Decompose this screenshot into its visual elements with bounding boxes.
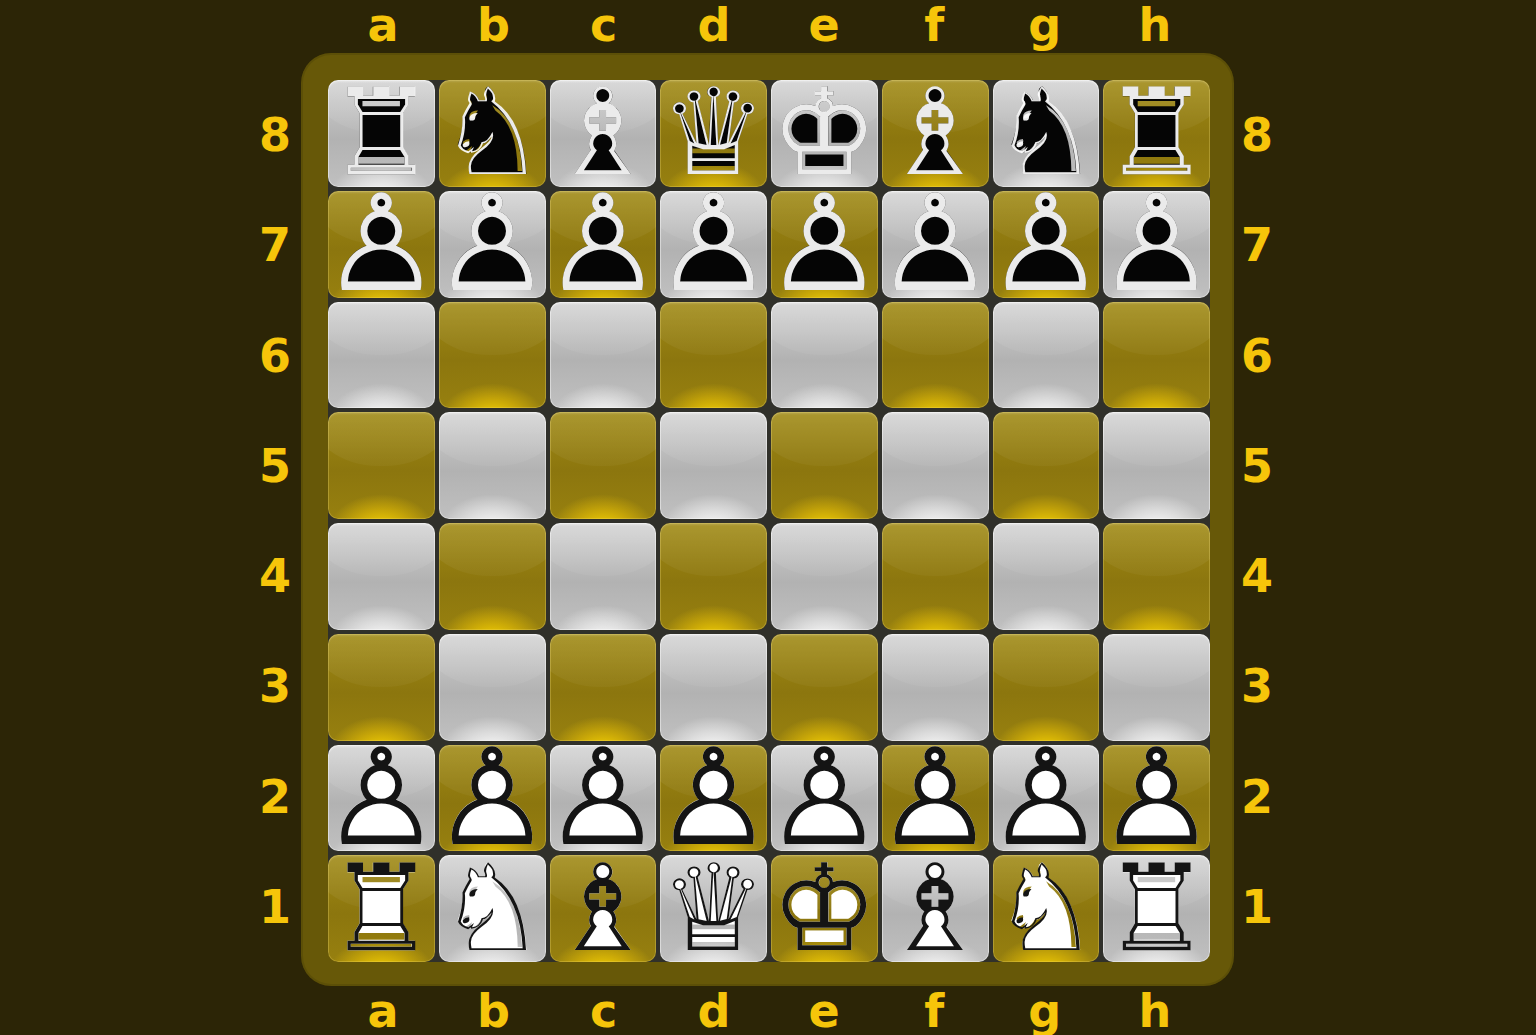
piece-black-king[interactable]: ♚♔: [771, 80, 878, 187]
file-label-bottom-d: d: [659, 986, 769, 1035]
rank-label-right-1: 1: [1226, 852, 1288, 962]
rank-label-left-8: 8: [244, 80, 306, 190]
black-pawn-outline: ♙: [771, 191, 878, 298]
square-h6[interactable]: [1103, 302, 1210, 409]
file-labels-bottom: abcdefgh: [328, 986, 1210, 1035]
rank-label-right-3: 3: [1226, 631, 1288, 741]
piece-white-pawn[interactable]: ♟♙: [771, 745, 878, 852]
square-b1[interactable]: ♞♘: [439, 855, 546, 962]
piece-black-pawn[interactable]: ♟♙: [328, 191, 435, 298]
square-a5[interactable]: [328, 412, 435, 519]
file-label-top-b: b: [438, 0, 548, 50]
square-d3[interactable]: [660, 634, 767, 741]
piece-white-queen[interactable]: ♛♕: [660, 855, 767, 962]
piece-white-pawn[interactable]: ♟♙: [882, 745, 989, 852]
file-label-top-h: h: [1100, 0, 1210, 50]
file-label-top-d: d: [659, 0, 769, 50]
square-d2[interactable]: ♟♙: [660, 745, 767, 852]
white-pawn-outline: ♙: [660, 745, 767, 852]
white-pawn-outline: ♙: [439, 745, 546, 852]
square-c1[interactable]: ♝♗: [550, 855, 657, 962]
square-g3[interactable]: [993, 634, 1100, 741]
rank-label-left-5: 5: [244, 411, 306, 521]
file-label-bottom-a: a: [328, 986, 438, 1035]
file-label-top-a: a: [328, 0, 438, 50]
square-b4[interactable]: [439, 523, 546, 630]
piece-white-bishop[interactable]: ♝♗: [550, 855, 657, 962]
file-label-top-e: e: [769, 0, 879, 50]
square-c3[interactable]: [550, 634, 657, 741]
square-a6[interactable]: [328, 302, 435, 409]
square-g8[interactable]: ♞♘: [993, 80, 1100, 187]
piece-white-pawn[interactable]: ♟♙: [1103, 745, 1210, 852]
file-label-top-c: c: [549, 0, 659, 50]
square-d1[interactable]: ♛♕: [660, 855, 767, 962]
black-pawn-outline: ♙: [439, 191, 546, 298]
square-a7[interactable]: ♟♙: [328, 191, 435, 298]
black-knight-outline: ♘: [439, 80, 546, 187]
piece-black-pawn[interactable]: ♟♙: [550, 191, 657, 298]
square-f7[interactable]: ♟♙: [882, 191, 989, 298]
square-b2[interactable]: ♟♙: [439, 745, 546, 852]
chess-app: abcdefgh abcdefgh 87654321 87654321 ♜♖♞♘…: [0, 0, 1536, 1035]
piece-black-pawn[interactable]: ♟♙: [882, 191, 989, 298]
square-b8[interactable]: ♞♘: [439, 80, 546, 187]
rank-label-right-2: 2: [1226, 742, 1288, 852]
square-f2[interactable]: ♟♙: [882, 745, 989, 852]
black-bishop-outline: ♗: [882, 80, 989, 187]
rank-label-left-2: 2: [244, 742, 306, 852]
rank-label-right-5: 5: [1226, 411, 1288, 521]
piece-white-pawn[interactable]: ♟♙: [993, 745, 1100, 852]
square-e2[interactable]: ♟♙: [771, 745, 878, 852]
file-label-bottom-b: b: [438, 986, 548, 1035]
file-label-bottom-c: c: [549, 986, 659, 1035]
square-e6[interactable]: [771, 302, 878, 409]
square-h2[interactable]: ♟♙: [1103, 745, 1210, 852]
piece-black-pawn[interactable]: ♟♙: [439, 191, 546, 298]
square-g6[interactable]: [993, 302, 1100, 409]
white-knight-outline: ♘: [439, 855, 546, 962]
piece-white-knight[interactable]: ♞♘: [993, 855, 1100, 962]
square-h7[interactable]: ♟♙: [1103, 191, 1210, 298]
square-d5[interactable]: [660, 412, 767, 519]
square-a2[interactable]: ♟♙: [328, 745, 435, 852]
piece-black-knight[interactable]: ♞♘: [439, 80, 546, 187]
white-king-outline: ♔: [771, 855, 878, 962]
rank-label-left-6: 6: [244, 301, 306, 411]
piece-white-king[interactable]: ♚♔: [771, 855, 878, 962]
square-d8[interactable]: ♛♕: [660, 80, 767, 187]
square-c6[interactable]: [550, 302, 657, 409]
white-pawn-outline: ♙: [771, 745, 878, 852]
square-h8[interactable]: ♜♖: [1103, 80, 1210, 187]
square-e8[interactable]: ♚♔: [771, 80, 878, 187]
square-f3[interactable]: [882, 634, 989, 741]
white-bishop-outline: ♗: [882, 855, 989, 962]
black-pawn-outline: ♙: [660, 191, 767, 298]
piece-white-pawn[interactable]: ♟♙: [328, 745, 435, 852]
rank-labels-left: 87654321: [244, 80, 306, 962]
rank-label-left-1: 1: [244, 852, 306, 962]
square-e4[interactable]: [771, 523, 878, 630]
black-knight-outline: ♘: [993, 80, 1100, 187]
piece-black-knight[interactable]: ♞♘: [993, 80, 1100, 187]
square-g5[interactable]: [993, 412, 1100, 519]
white-pawn-outline: ♙: [550, 745, 657, 852]
rank-label-right-7: 7: [1226, 190, 1288, 300]
piece-black-pawn[interactable]: ♟♙: [660, 191, 767, 298]
square-b5[interactable]: [439, 412, 546, 519]
file-label-bottom-f: f: [879, 986, 989, 1035]
white-pawn-outline: ♙: [1103, 745, 1210, 852]
black-rook-outline: ♖: [328, 80, 435, 187]
piece-black-bishop[interactable]: ♝♗: [882, 80, 989, 187]
square-a8[interactable]: ♜♖: [328, 80, 435, 187]
square-h3[interactable]: [1103, 634, 1210, 741]
black-king-outline: ♔: [771, 80, 878, 187]
square-e5[interactable]: [771, 412, 878, 519]
file-label-bottom-h: h: [1100, 986, 1210, 1035]
square-g4[interactable]: [993, 523, 1100, 630]
black-bishop-outline: ♗: [550, 80, 657, 187]
white-queen-outline: ♕: [660, 855, 767, 962]
rank-labels-right: 87654321: [1226, 80, 1288, 962]
piece-black-bishop[interactable]: ♝♗: [550, 80, 657, 187]
square-c8[interactable]: ♝♗: [550, 80, 657, 187]
black-pawn-outline: ♙: [882, 191, 989, 298]
rank-label-right-6: 6: [1226, 301, 1288, 411]
square-c7[interactable]: ♟♙: [550, 191, 657, 298]
square-h1[interactable]: ♜♖: [1103, 855, 1210, 962]
white-rook-outline: ♖: [328, 855, 435, 962]
white-pawn-outline: ♙: [328, 745, 435, 852]
black-pawn-outline: ♙: [1103, 191, 1210, 298]
file-labels-top: abcdefgh: [328, 0, 1210, 50]
square-f4[interactable]: [882, 523, 989, 630]
square-f1[interactable]: ♝♗: [882, 855, 989, 962]
rank-label-left-3: 3: [244, 631, 306, 741]
black-pawn-outline: ♙: [328, 191, 435, 298]
square-e3[interactable]: [771, 634, 878, 741]
black-rook-outline: ♖: [1103, 80, 1210, 187]
white-bishop-outline: ♗: [550, 855, 657, 962]
piece-black-pawn[interactable]: ♟♙: [993, 191, 1100, 298]
square-c4[interactable]: [550, 523, 657, 630]
piece-black-queen[interactable]: ♛♕: [660, 80, 767, 187]
rank-label-right-4: 4: [1226, 521, 1288, 631]
square-g7[interactable]: ♟♙: [993, 191, 1100, 298]
black-pawn-outline: ♙: [993, 191, 1100, 298]
rank-label-left-7: 7: [244, 190, 306, 300]
white-knight-outline: ♘: [993, 855, 1100, 962]
piece-white-rook[interactable]: ♜♖: [1103, 855, 1210, 962]
chess-board: ♜♖♞♘♝♗♛♕♚♔♝♗♞♘♜♖♟♙♟♙♟♙♟♙♟♙♟♙♟♙♟♙♟♙♟♙♟♙♟♙…: [328, 80, 1210, 962]
rank-label-left-4: 4: [244, 521, 306, 631]
white-pawn-outline: ♙: [882, 745, 989, 852]
square-e7[interactable]: ♟♙: [771, 191, 878, 298]
square-g1[interactable]: ♞♘: [993, 855, 1100, 962]
square-b3[interactable]: [439, 634, 546, 741]
piece-white-bishop[interactable]: ♝♗: [882, 855, 989, 962]
square-c2[interactable]: ♟♙: [550, 745, 657, 852]
piece-white-pawn[interactable]: ♟♙: [550, 745, 657, 852]
square-a3[interactable]: [328, 634, 435, 741]
square-f6[interactable]: [882, 302, 989, 409]
piece-black-rook[interactable]: ♜♖: [1103, 80, 1210, 187]
file-label-top-g: g: [990, 0, 1100, 50]
piece-white-pawn[interactable]: ♟♙: [439, 745, 546, 852]
square-d6[interactable]: [660, 302, 767, 409]
black-pawn-outline: ♙: [550, 191, 657, 298]
square-b7[interactable]: ♟♙: [439, 191, 546, 298]
square-d4[interactable]: [660, 523, 767, 630]
square-h5[interactable]: [1103, 412, 1210, 519]
square-a4[interactable]: [328, 523, 435, 630]
square-b6[interactable]: [439, 302, 546, 409]
square-d7[interactable]: ♟♙: [660, 191, 767, 298]
white-pawn-outline: ♙: [993, 745, 1100, 852]
square-f8[interactable]: ♝♗: [882, 80, 989, 187]
square-e1[interactable]: ♚♔: [771, 855, 878, 962]
file-label-bottom-g: g: [990, 986, 1100, 1035]
square-g2[interactable]: ♟♙: [993, 745, 1100, 852]
piece-black-pawn[interactable]: ♟♙: [771, 191, 878, 298]
square-c5[interactable]: [550, 412, 657, 519]
piece-black-pawn[interactable]: ♟♙: [1103, 191, 1210, 298]
rank-label-right-8: 8: [1226, 80, 1288, 190]
piece-white-rook[interactable]: ♜♖: [328, 855, 435, 962]
piece-black-rook[interactable]: ♜♖: [328, 80, 435, 187]
square-h4[interactable]: [1103, 523, 1210, 630]
square-f5[interactable]: [882, 412, 989, 519]
piece-white-knight[interactable]: ♞♘: [439, 855, 546, 962]
file-label-bottom-e: e: [769, 986, 879, 1035]
piece-white-pawn[interactable]: ♟♙: [660, 745, 767, 852]
file-label-top-f: f: [879, 0, 989, 50]
square-a1[interactable]: ♜♖: [328, 855, 435, 962]
black-queen-outline: ♕: [660, 80, 767, 187]
white-rook-outline: ♖: [1103, 855, 1210, 962]
